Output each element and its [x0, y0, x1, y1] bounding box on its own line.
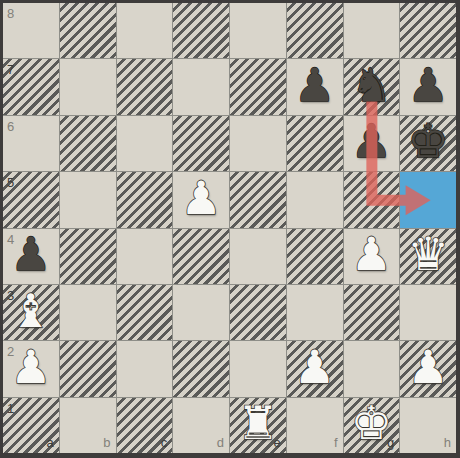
file-label-d: d: [217, 435, 224, 450]
square-c3[interactable]: [117, 285, 173, 340]
white-bishop[interactable]: ♝: [10, 288, 51, 334]
square-h3[interactable]: [400, 285, 456, 340]
square-f8[interactable]: [287, 3, 343, 58]
square-c6[interactable]: [117, 116, 173, 171]
square-g5[interactable]: [344, 172, 400, 227]
square-c2[interactable]: [117, 341, 173, 396]
square-f5[interactable]: [287, 172, 343, 227]
square-g7[interactable]: ♞: [344, 59, 400, 114]
square-g6[interactable]: ♟: [344, 116, 400, 171]
square-h8[interactable]: [400, 3, 456, 58]
square-g8[interactable]: [344, 3, 400, 58]
square-d4[interactable]: [173, 229, 229, 284]
black-knight[interactable]: ♞: [351, 62, 392, 108]
square-b2[interactable]: [60, 341, 116, 396]
white-rook[interactable]: ♜: [237, 400, 278, 446]
square-e3[interactable]: [230, 285, 286, 340]
board-frame: 87♟♞♟6♟♚5♟4♟♟♛3♝2♟♟♟1abcde♜fg♚h: [0, 0, 460, 458]
square-f3[interactable]: [287, 285, 343, 340]
square-f2[interactable]: ♟: [287, 341, 343, 396]
square-g2[interactable]: [344, 341, 400, 396]
square-e7[interactable]: [230, 59, 286, 114]
white-pawn[interactable]: ♟: [10, 344, 51, 390]
white-queen[interactable]: ♛: [408, 231, 449, 277]
square-h2[interactable]: ♟: [400, 341, 456, 396]
square-a6[interactable]: 6: [3, 116, 59, 171]
black-pawn[interactable]: ♟: [294, 62, 335, 108]
square-f6[interactable]: [287, 116, 343, 171]
square-e8[interactable]: [230, 3, 286, 58]
square-b1[interactable]: b: [60, 398, 116, 453]
black-pawn[interactable]: ♟: [408, 62, 449, 108]
square-b4[interactable]: [60, 229, 116, 284]
white-king[interactable]: ♚: [351, 400, 392, 446]
square-h1[interactable]: h: [400, 398, 456, 453]
rank-label-8: 8: [7, 6, 14, 21]
white-pawn[interactable]: ♟: [294, 344, 335, 390]
square-e4[interactable]: [230, 229, 286, 284]
square-g4[interactable]: ♟: [344, 229, 400, 284]
black-pawn[interactable]: ♟: [351, 118, 392, 164]
square-b5[interactable]: [60, 172, 116, 227]
square-g1[interactable]: g♚: [344, 398, 400, 453]
square-d3[interactable]: [173, 285, 229, 340]
square-h4[interactable]: ♛: [400, 229, 456, 284]
file-label-b: b: [103, 435, 110, 450]
square-e2[interactable]: [230, 341, 286, 396]
black-king[interactable]: ♚: [408, 118, 449, 164]
square-b6[interactable]: [60, 116, 116, 171]
square-b8[interactable]: [60, 3, 116, 58]
rank-label-6: 6: [7, 119, 14, 134]
square-d7[interactable]: [173, 59, 229, 114]
square-h7[interactable]: ♟: [400, 59, 456, 114]
square-f1[interactable]: f: [287, 398, 343, 453]
square-c5[interactable]: [117, 172, 173, 227]
square-a5[interactable]: 5: [3, 172, 59, 227]
square-g3[interactable]: [344, 285, 400, 340]
square-c4[interactable]: [117, 229, 173, 284]
square-a3[interactable]: 3♝: [3, 285, 59, 340]
rank-label-5: 5: [7, 175, 14, 190]
rank-label-7: 7: [7, 62, 14, 77]
square-d8[interactable]: [173, 3, 229, 58]
file-label-c: c: [161, 435, 168, 450]
file-label-f: f: [334, 435, 338, 450]
square-c1[interactable]: c: [117, 398, 173, 453]
white-pawn[interactable]: ♟: [408, 344, 449, 390]
black-pawn[interactable]: ♟: [10, 231, 51, 277]
chess-board: 87♟♞♟6♟♚5♟4♟♟♛3♝2♟♟♟1abcde♜fg♚h: [3, 3, 456, 453]
white-pawn[interactable]: ♟: [351, 231, 392, 277]
square-b7[interactable]: [60, 59, 116, 114]
square-e6[interactable]: [230, 116, 286, 171]
square-h5[interactable]: [400, 172, 456, 227]
square-c7[interactable]: [117, 59, 173, 114]
square-h6[interactable]: ♚: [400, 116, 456, 171]
file-label-a: a: [47, 435, 54, 450]
square-d1[interactable]: d: [173, 398, 229, 453]
square-d5[interactable]: ♟: [173, 172, 229, 227]
square-a8[interactable]: 8: [3, 3, 59, 58]
square-f7[interactable]: ♟: [287, 59, 343, 114]
white-pawn[interactable]: ♟: [181, 175, 222, 221]
square-b3[interactable]: [60, 285, 116, 340]
square-f4[interactable]: [287, 229, 343, 284]
square-d2[interactable]: [173, 341, 229, 396]
rank-label-1: 1: [7, 401, 14, 416]
file-label-h: h: [444, 435, 451, 450]
square-e1[interactable]: e♜: [230, 398, 286, 453]
square-e5[interactable]: [230, 172, 286, 227]
square-d6[interactable]: [173, 116, 229, 171]
square-a7[interactable]: 7: [3, 59, 59, 114]
square-a1[interactable]: 1a: [3, 398, 59, 453]
square-c8[interactable]: [117, 3, 173, 58]
square-a4[interactable]: 4♟: [3, 229, 59, 284]
square-a2[interactable]: 2♟: [3, 341, 59, 396]
